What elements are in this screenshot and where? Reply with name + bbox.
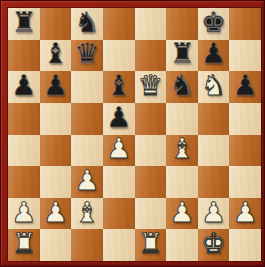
square-b1[interactable] xyxy=(40,229,72,261)
square-d7[interactable] xyxy=(103,40,135,72)
white-knight[interactable]: ♞ xyxy=(201,72,226,100)
square-c1[interactable] xyxy=(71,229,103,261)
black-knight[interactable]: ♞ xyxy=(169,72,194,100)
black-pawn[interactable]: ♟ xyxy=(11,72,36,100)
black-pawn[interactable]: ♟ xyxy=(43,72,68,100)
square-a3[interactable] xyxy=(8,166,40,198)
white-pawn[interactable]: ♟ xyxy=(233,199,258,227)
square-h6[interactable]: ♟ xyxy=(229,71,261,103)
square-f8[interactable] xyxy=(166,8,198,40)
square-b7[interactable]: ♝ xyxy=(40,40,72,72)
square-b6[interactable]: ♟ xyxy=(40,71,72,103)
square-a5[interactable] xyxy=(8,103,40,135)
black-rook[interactable]: ♜ xyxy=(169,40,194,68)
square-d6[interactable]: ♝ xyxy=(103,71,135,103)
square-d1[interactable] xyxy=(103,229,135,261)
square-g2[interactable]: ♟ xyxy=(198,198,230,230)
black-pawn[interactable]: ♟ xyxy=(106,104,131,132)
square-g3[interactable] xyxy=(198,166,230,198)
square-d3[interactable] xyxy=(103,166,135,198)
square-h5[interactable] xyxy=(229,103,261,135)
square-c6[interactable] xyxy=(71,71,103,103)
square-e6[interactable]: ♛ xyxy=(135,71,167,103)
square-d2[interactable] xyxy=(103,198,135,230)
black-king[interactable]: ♚ xyxy=(201,9,226,37)
square-e5[interactable] xyxy=(135,103,167,135)
square-c8[interactable]: ♞ xyxy=(71,8,103,40)
square-e7[interactable] xyxy=(135,40,167,72)
square-h8[interactable] xyxy=(229,8,261,40)
square-g7[interactable]: ♟ xyxy=(198,40,230,72)
square-c7[interactable]: ♛ xyxy=(71,40,103,72)
square-c3[interactable]: ♟ xyxy=(71,166,103,198)
white-pawn[interactable]: ♟ xyxy=(106,135,131,163)
black-bishop[interactable]: ♝ xyxy=(106,72,131,100)
square-e4[interactable] xyxy=(135,135,167,167)
square-f1[interactable] xyxy=(166,229,198,261)
square-e1[interactable]: ♜ xyxy=(135,229,167,261)
black-queen[interactable]: ♛ xyxy=(75,40,100,68)
square-a6[interactable]: ♟ xyxy=(8,71,40,103)
square-e2[interactable] xyxy=(135,198,167,230)
square-c5[interactable] xyxy=(71,103,103,135)
square-g8[interactable]: ♚ xyxy=(198,8,230,40)
white-pawn[interactable]: ♟ xyxy=(75,167,100,195)
square-b5[interactable] xyxy=(40,103,72,135)
square-g1[interactable]: ♚ xyxy=(198,229,230,261)
square-f3[interactable] xyxy=(166,166,198,198)
square-a7[interactable] xyxy=(8,40,40,72)
square-f7[interactable]: ♜ xyxy=(166,40,198,72)
square-f2[interactable]: ♟ xyxy=(166,198,198,230)
square-b2[interactable]: ♟ xyxy=(40,198,72,230)
square-e8[interactable] xyxy=(135,8,167,40)
chess-board: ♜♞♚♝♛♜♟♟♟♝♛♞♞♟♟♟♝♟♟♟♝♟♟♟♜♜♚ xyxy=(8,8,261,261)
square-a8[interactable]: ♜ xyxy=(8,8,40,40)
square-e3[interactable] xyxy=(135,166,167,198)
square-g5[interactable] xyxy=(198,103,230,135)
black-pawn[interactable]: ♟ xyxy=(233,72,258,100)
square-c4[interactable] xyxy=(71,135,103,167)
white-bishop[interactable]: ♝ xyxy=(75,199,100,227)
square-a1[interactable]: ♜ xyxy=(8,229,40,261)
black-pawn[interactable]: ♟ xyxy=(201,40,226,68)
square-f4[interactable]: ♝ xyxy=(166,135,198,167)
black-knight[interactable]: ♞ xyxy=(75,9,100,37)
square-d5[interactable]: ♟ xyxy=(103,103,135,135)
white-pawn[interactable]: ♟ xyxy=(169,199,194,227)
square-a4[interactable] xyxy=(8,135,40,167)
square-d8[interactable] xyxy=(103,8,135,40)
square-g4[interactable] xyxy=(198,135,230,167)
square-b4[interactable] xyxy=(40,135,72,167)
white-pawn[interactable]: ♟ xyxy=(11,199,36,227)
square-a2[interactable]: ♟ xyxy=(8,198,40,230)
square-d4[interactable]: ♟ xyxy=(103,135,135,167)
white-king[interactable]: ♚ xyxy=(201,230,226,258)
square-h7[interactable] xyxy=(229,40,261,72)
square-f5[interactable] xyxy=(166,103,198,135)
square-c2[interactable]: ♝ xyxy=(71,198,103,230)
square-b3[interactable] xyxy=(40,166,72,198)
square-h3[interactable] xyxy=(229,166,261,198)
white-queen[interactable]: ♛ xyxy=(138,72,163,100)
white-rook[interactable]: ♜ xyxy=(11,230,36,258)
white-pawn[interactable]: ♟ xyxy=(201,199,226,227)
white-pawn[interactable]: ♟ xyxy=(43,199,68,227)
square-b8[interactable] xyxy=(40,8,72,40)
white-bishop[interactable]: ♝ xyxy=(169,135,194,163)
square-h1[interactable] xyxy=(229,229,261,261)
chess-board-frame: ♜♞♚♝♛♜♟♟♟♝♛♞♞♟♟♟♝♟♟♟♝♟♟♟♜♜♚ xyxy=(0,0,265,267)
square-h2[interactable]: ♟ xyxy=(229,198,261,230)
square-h4[interactable] xyxy=(229,135,261,167)
white-rook[interactable]: ♜ xyxy=(138,230,163,258)
black-bishop[interactable]: ♝ xyxy=(43,40,68,68)
black-rook[interactable]: ♜ xyxy=(11,9,36,37)
square-f6[interactable]: ♞ xyxy=(166,71,198,103)
square-g6[interactable]: ♞ xyxy=(198,71,230,103)
